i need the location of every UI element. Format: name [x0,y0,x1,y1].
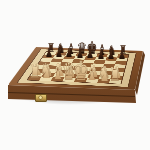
brass-latch-icon [35,94,47,102]
piece-black-pawn-g7[interactable]: ♟ [107,51,116,62]
piece-black-pawn-f7[interactable]: ♟ [96,50,105,61]
photo-stage: ♜♞♝♛♚♝♞♜♟♟♟♟♟♟♟♟♟♟♟♟♟♟♟♟♜♞♝♛♚♝♞♜ [0,0,150,150]
piece-black-pawn-a7[interactable]: ♟ [44,48,53,59]
piece-black-pawn-h7[interactable]: ♟ [117,51,126,62]
piece-white-rook-h1[interactable]: ♜ [108,68,123,84]
